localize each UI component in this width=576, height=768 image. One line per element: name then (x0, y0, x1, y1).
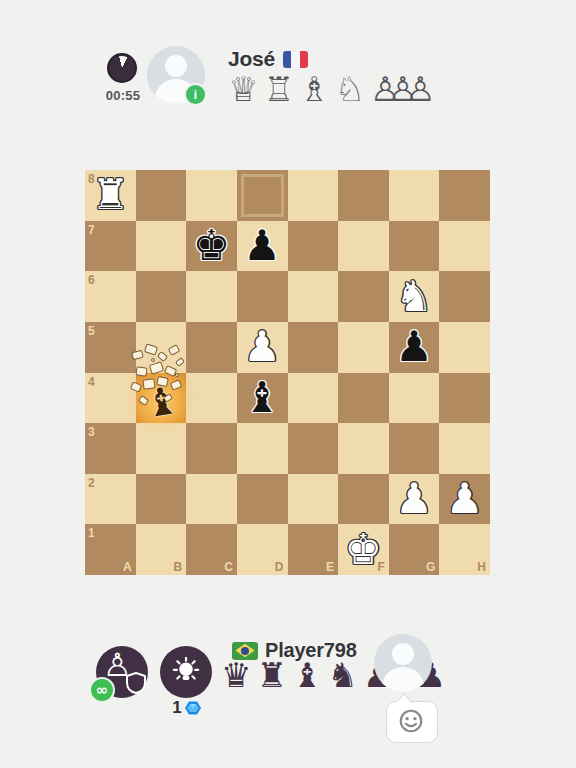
square-d7[interactable]: ♟ (237, 221, 288, 272)
square-b1[interactable]: B (136, 524, 187, 575)
square-h8[interactable] (439, 170, 490, 221)
square-h1[interactable]: H (439, 524, 490, 575)
square-d6[interactable] (237, 271, 288, 322)
square-h5[interactable] (439, 322, 490, 373)
file-label-e: E (326, 560, 334, 574)
captured-rook-icon: ♖ (263, 72, 293, 106)
last-move-outline (241, 174, 284, 217)
square-g4[interactable] (389, 373, 440, 424)
square-a2[interactable]: 2 (85, 474, 136, 525)
square-a1[interactable]: 1A (85, 524, 136, 575)
square-d1[interactable]: D (237, 524, 288, 575)
white-pawn-d5[interactable]: ♟ (237, 322, 288, 373)
avatar-silhouette-head (392, 643, 414, 665)
explosion-shard (175, 373, 179, 377)
captured-knight-icon: ♘ (334, 72, 364, 106)
smiley-icon (397, 707, 425, 735)
square-b4[interactable]: ♝ (136, 373, 187, 424)
hint-cost: 1 (165, 698, 209, 718)
explosion-shard (142, 378, 155, 390)
clock-dial-wedge (110, 56, 134, 80)
captured-queen-icon: ♛ (221, 658, 251, 692)
explosion-shard (156, 375, 169, 386)
square-g6[interactable]: ♞ (389, 271, 440, 322)
square-h4[interactable] (439, 373, 490, 424)
square-f8[interactable] (338, 170, 389, 221)
opponent-clock-icon (107, 53, 137, 83)
rank-label-4: 4 (88, 375, 95, 389)
square-c2[interactable] (186, 474, 237, 525)
square-b7[interactable] (136, 221, 187, 272)
white-knight-g6[interactable]: ♞ (389, 271, 440, 322)
black-bishop-d4[interactable]: ♝ (237, 373, 288, 424)
square-f1[interactable]: F♚ (338, 524, 389, 575)
rank-label-7: 7 (88, 223, 95, 237)
file-label-c: C (224, 560, 233, 574)
square-d5[interactable]: ♟ (237, 322, 288, 373)
top-captured-row: ♕♖♗♘♙♙♙ (228, 72, 440, 106)
square-f5[interactable] (338, 322, 389, 373)
square-d2[interactable] (237, 474, 288, 525)
file-label-h: H (477, 560, 486, 574)
square-b6[interactable] (136, 271, 187, 322)
square-a5[interactable]: 5 (85, 322, 136, 373)
square-c3[interactable] (186, 423, 237, 474)
avatar-silhouette-head (165, 55, 187, 77)
rank-label-5: 5 (88, 324, 95, 338)
chess-board[interactable]: 8♜7♚♟6♞5♟♟4♝♝32♟♟1ABCDEF♚GH (85, 170, 490, 575)
file-label-b: B (174, 560, 183, 574)
captured-rook-icon: ♜ (256, 658, 286, 692)
rank-label-3: 3 (88, 425, 95, 439)
captured-pawn-icon: ♙ (405, 72, 435, 106)
square-g7[interactable] (389, 221, 440, 272)
square-f2[interactable] (338, 474, 389, 525)
captured-knight-icon: ♞ (327, 658, 357, 692)
file-label-d: D (275, 560, 284, 574)
lightbulb-icon (171, 657, 201, 687)
player-avatar[interactable] (374, 634, 432, 692)
square-g2[interactable]: ♟ (389, 474, 440, 525)
black-king-c7[interactable]: ♚ (186, 221, 237, 272)
square-c8[interactable] (186, 170, 237, 221)
square-e8[interactable] (288, 170, 339, 221)
square-f6[interactable] (338, 271, 389, 322)
square-a8[interactable]: 8♜ (85, 170, 136, 221)
opponent-name: José (228, 47, 275, 71)
info-badge[interactable]: i (184, 83, 207, 106)
explosion-shard (135, 366, 147, 376)
square-h2[interactable]: ♟ (439, 474, 490, 525)
square-a3[interactable]: 3 (85, 423, 136, 474)
square-e6[interactable] (288, 271, 339, 322)
square-a7[interactable]: 7 (85, 221, 136, 272)
rank-label-2: 2 (88, 476, 95, 490)
square-e5[interactable] (288, 322, 339, 373)
square-e7[interactable] (288, 221, 339, 272)
square-d8[interactable] (237, 170, 288, 221)
gem-icon (184, 700, 202, 716)
square-b2[interactable] (136, 474, 187, 525)
square-f7[interactable] (338, 221, 389, 272)
explosion-shard (151, 358, 155, 362)
square-c1[interactable]: C (186, 524, 237, 575)
hint-button[interactable] (160, 646, 212, 698)
square-e3[interactable] (288, 423, 339, 474)
opponent-name-row: José (228, 47, 308, 71)
black-pawn-g5[interactable]: ♟ (389, 322, 440, 373)
square-h3[interactable] (439, 423, 490, 474)
piece-protect-button[interactable]: ♙ ∞ (96, 646, 148, 698)
square-d3[interactable] (237, 423, 288, 474)
square-g1[interactable]: G (389, 524, 440, 575)
square-e4[interactable] (288, 373, 339, 424)
square-f4[interactable] (338, 373, 389, 424)
square-b8[interactable] (136, 170, 187, 221)
white-pawn-g2[interactable]: ♟ (389, 474, 440, 525)
file-label-a: A (123, 560, 132, 574)
square-d4[interactable]: ♝ (237, 373, 288, 424)
chat-bubble[interactable] (386, 701, 438, 743)
square-g8[interactable] (389, 170, 440, 221)
rank-label-1: 1 (88, 526, 95, 540)
hint-count: 1 (172, 698, 181, 718)
square-c7[interactable]: ♚ (186, 221, 237, 272)
infinity-badge: ∞ (89, 677, 115, 703)
shield-icon (126, 672, 146, 694)
chess-game-screen: 00:55 i José ♕♖♗♘♙♙♙ 8♜7♚♟6♞5♟♟4♝♝32♟♟1A… (0, 0, 576, 768)
square-e1[interactable]: E (288, 524, 339, 575)
rank-label-6: 6 (88, 273, 95, 287)
white-pawn-h2[interactable]: ♟ (439, 474, 490, 525)
rank-label-8: 8 (88, 172, 95, 186)
square-a6[interactable]: 6 (85, 271, 136, 322)
file-label-g: G (426, 560, 435, 574)
captured-bishop-icon: ♗ (299, 72, 329, 106)
square-c6[interactable] (186, 271, 237, 322)
captured-queen-icon: ♕ (228, 72, 258, 106)
square-h6[interactable] (439, 271, 490, 322)
france-flag-icon (283, 51, 308, 68)
opponent-clock-time: 00:55 (94, 88, 152, 103)
square-g5[interactable]: ♟ (389, 322, 440, 373)
captured-bishop-icon: ♝ (292, 658, 322, 692)
square-f3[interactable] (338, 423, 389, 474)
square-h7[interactable] (439, 221, 490, 272)
square-c5[interactable] (186, 322, 237, 373)
square-e2[interactable] (288, 474, 339, 525)
file-label-f: F (377, 560, 384, 574)
square-g3[interactable] (389, 423, 440, 474)
black-pawn-d7[interactable]: ♟ (237, 221, 288, 272)
